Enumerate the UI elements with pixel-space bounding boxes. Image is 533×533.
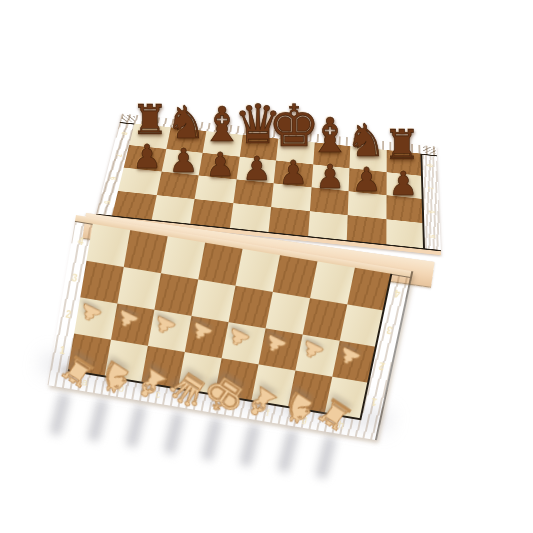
shadow-c [125,404,147,450]
front-board-half: 4321 4321 abcdefgh ♟♟♟♟♟♟♟♟♜♞♝♛♚♝♞♜ [48,215,414,440]
corner-decoration-icon [121,115,135,123]
rank-label-2: 2 [369,347,394,386]
chess-set-photo: 8765 8765 4321 4321 abcdefgh ♟♟♟♟♟♟♟♟♜♞♝… [0,0,533,533]
square-a2[interactable] [74,297,117,339]
shadow-f [239,422,261,468]
rank-label-4: 4 [385,274,411,314]
square-a1[interactable] [68,334,111,376]
shadow-e [201,416,223,462]
top-board-right-rank-labels: 8765 [420,154,440,250]
shadow-h [315,435,337,481]
square-a4[interactable] [86,224,130,267]
square-a3[interactable] [80,261,123,304]
corner-decoration-icon [423,146,436,154]
rank-label-3: 3 [377,311,402,350]
shadow-d [163,410,185,456]
rank-label-1: 1 [362,383,387,421]
shadow-g [277,428,299,474]
shadow-b [87,397,109,443]
shadow-a [49,391,71,437]
